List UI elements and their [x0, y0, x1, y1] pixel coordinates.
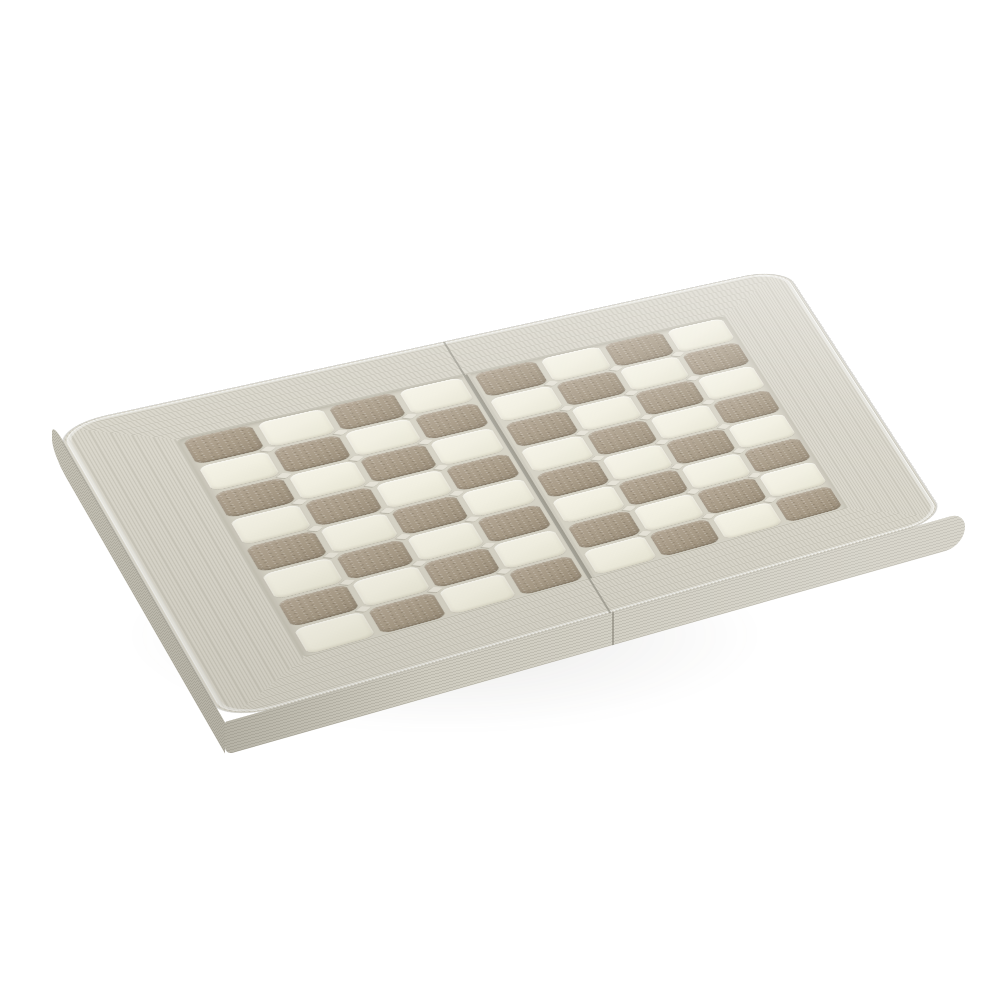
fold-seam-notch [612, 612, 614, 646]
product-photo-stage [0, 0, 1000, 1000]
